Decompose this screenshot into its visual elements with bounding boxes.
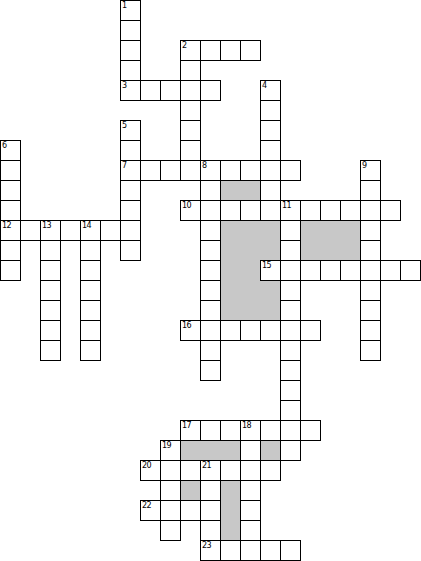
grid-cell[interactable] [180,460,201,481]
blocked-cell [240,220,261,241]
grid-cell[interactable] [360,200,381,221]
blocked-cell [220,440,241,461]
grid-cell[interactable] [220,420,241,441]
grid-cell[interactable] [280,400,301,421]
grid-cell[interactable] [360,240,381,261]
grid-cell[interactable] [120,40,141,61]
grid-cell[interactable]: 16 [180,320,201,341]
grid-cell[interactable] [260,460,281,481]
blocked-cell [220,500,241,521]
grid-cell[interactable] [180,60,201,81]
grid-cell[interactable] [0,180,21,201]
blocked-cell [320,220,341,241]
grid-cell[interactable] [360,320,381,341]
grid-cell[interactable] [240,520,261,541]
blocked-cell [220,220,241,241]
grid-cell[interactable] [280,320,301,341]
grid-cell[interactable] [160,500,181,521]
clue-number: 17 [182,421,191,430]
grid-cell[interactable] [240,460,261,481]
grid-cell[interactable] [160,160,181,181]
grid-cell[interactable] [260,540,281,561]
grid-cell[interactable] [220,540,241,561]
grid-cell[interactable] [80,340,101,361]
grid-cell[interactable] [300,320,321,341]
grid-cell[interactable] [240,540,261,561]
grid-cell[interactable] [280,540,301,561]
grid-cell[interactable] [260,100,281,121]
grid-cell[interactable] [280,340,301,361]
grid-cell[interactable] [220,320,241,341]
grid-cell[interactable] [20,220,41,241]
grid-cell[interactable]: 10 [180,200,201,221]
clue-number: 4 [262,81,267,90]
grid-cell[interactable] [240,480,261,501]
grid-cell[interactable] [120,200,141,221]
grid-cell[interactable] [260,200,281,221]
grid-cell[interactable] [120,240,141,261]
grid-cell[interactable] [340,260,361,281]
grid-cell[interactable] [180,160,201,181]
grid-cell[interactable] [220,200,241,221]
blocked-cell [180,440,201,461]
grid-cell[interactable] [0,200,21,221]
blocked-cell [240,300,261,321]
grid-cell[interactable]: 15 [260,260,281,281]
grid-cell[interactable] [320,260,341,281]
grid-cell[interactable] [200,420,221,441]
grid-cell[interactable] [280,280,301,301]
grid-cell[interactable] [280,220,301,241]
blocked-cell [300,220,321,241]
grid-cell[interactable] [360,220,381,241]
grid-cell[interactable] [240,40,261,61]
grid-cell[interactable] [80,280,101,301]
clue-number: 16 [182,321,191,330]
grid-cell[interactable] [300,260,321,281]
grid-cell[interactable] [80,300,101,321]
blocked-cell [260,300,281,321]
grid-cell[interactable]: 13 [40,220,61,241]
blocked-cell [340,240,361,261]
grid-cell[interactable]: 20 [140,460,161,481]
grid-cell[interactable] [260,120,281,141]
blocked-cell [260,280,281,301]
grid-cell[interactable] [120,20,141,41]
grid-cell[interactable] [220,40,241,61]
grid-cell[interactable] [200,220,221,241]
grid-cell[interactable] [240,200,261,221]
grid-cell[interactable] [60,220,81,241]
grid-cell[interactable]: 4 [260,80,281,101]
grid-cell[interactable] [40,260,61,281]
grid-cell[interactable]: 11 [280,200,301,221]
grid-cell[interactable] [140,80,161,101]
blocked-cell [220,280,241,301]
grid-cell[interactable] [160,460,181,481]
clue-number: 13 [42,221,51,230]
grid-cell[interactable] [380,200,401,221]
grid-cell[interactable]: 7 [120,160,141,181]
grid-cell[interactable] [0,260,21,281]
grid-cell[interactable] [40,240,61,261]
clue-number: 1 [122,1,127,10]
grid-cell[interactable]: 23 [200,540,221,561]
blocked-cell [220,520,241,541]
grid-cell[interactable] [200,480,221,501]
grid-cell[interactable] [300,420,321,441]
grid-cell[interactable]: 22 [140,500,161,521]
grid-cell[interactable] [280,420,301,441]
grid-cell[interactable] [320,200,341,221]
clue-number: 2 [182,41,187,50]
grid-cell[interactable] [260,180,281,201]
grid-cell[interactable] [260,320,281,341]
blocked-cell [220,480,241,501]
grid-cell[interactable]: 9 [360,160,381,181]
grid-cell[interactable] [200,40,221,61]
blocked-cell [300,240,321,261]
grid-cell[interactable] [200,340,221,361]
blocked-cell [240,180,261,201]
grid-cell[interactable]: 19 [160,440,181,461]
grid-cell[interactable]: 14 [80,220,101,241]
clue-number: 7 [122,161,127,170]
grid-cell[interactable] [200,200,221,221]
grid-cell[interactable] [340,200,361,221]
clue-number: 12 [2,221,11,230]
clue-number: 11 [282,201,291,210]
grid-cell[interactable] [240,320,261,341]
blocked-cell [340,220,361,241]
grid-cell[interactable] [360,260,381,281]
crossword-board: 1234567891011121314151617181920212223 [0,0,421,561]
grid-cell[interactable] [40,280,61,301]
grid-cell[interactable] [380,260,401,281]
clue-number: 15 [262,261,271,270]
clue-number: 18 [242,421,251,430]
blocked-cell [260,240,281,261]
clue-number: 19 [162,441,171,450]
grid-cell[interactable] [280,160,301,181]
grid-cell[interactable] [280,300,301,321]
clue-number: 8 [202,161,207,170]
grid-cell[interactable] [360,300,381,321]
grid-cell[interactable] [180,120,201,141]
grid-cell[interactable] [120,140,141,161]
grid-cell[interactable] [40,320,61,341]
grid-cell[interactable] [0,240,21,261]
grid-cell[interactable] [120,180,141,201]
grid-cell[interactable] [240,500,261,521]
grid-cell[interactable] [200,280,221,301]
blocked-cell [240,240,261,261]
grid-cell[interactable] [200,360,221,381]
grid-cell[interactable] [280,440,301,461]
blocked-cell [220,300,241,321]
grid-cell[interactable] [80,240,101,261]
grid-cell[interactable] [220,460,241,481]
grid-cell[interactable] [280,240,301,261]
blocked-cell [320,240,341,261]
grid-cell[interactable]: 5 [120,120,141,141]
grid-cell[interactable] [200,180,221,201]
grid-cell[interactable] [160,520,181,541]
blocked-cell [220,260,241,281]
grid-cell[interactable]: 2 [180,40,201,61]
grid-cell[interactable] [200,300,221,321]
clue-number: 3 [122,81,127,90]
blocked-cell [260,220,281,241]
grid-cell[interactable] [40,340,61,361]
grid-cell[interactable] [180,500,201,521]
grid-cell[interactable] [160,480,181,501]
grid-cell[interactable] [300,200,321,221]
clue-number: 21 [202,461,211,470]
grid-cell[interactable]: 12 [0,220,21,241]
grid-cell[interactable]: 17 [180,420,201,441]
grid-cell[interactable] [100,220,121,241]
blocked-cell [200,440,221,461]
grid-cell[interactable]: 18 [240,420,261,441]
clue-number: 14 [82,221,91,230]
grid-cell[interactable] [220,160,241,181]
grid-cell[interactable]: 8 [200,160,221,181]
grid-cell[interactable] [360,340,381,361]
grid-cell[interactable] [200,260,221,281]
blocked-cell [260,440,281,461]
grid-cell[interactable] [120,60,141,81]
grid-cell[interactable] [280,380,301,401]
clue-number: 23 [202,541,211,550]
grid-cell[interactable] [260,160,281,181]
blocked-cell [240,260,261,281]
grid-cell[interactable] [180,80,201,101]
grid-cell[interactable] [360,280,381,301]
grid-cell[interactable]: 1 [120,0,141,21]
grid-cell[interactable] [40,300,61,321]
clue-number: 20 [142,461,151,470]
grid-cell[interactable] [200,520,221,541]
grid-cell[interactable]: 6 [0,140,21,161]
grid-cell[interactable]: 3 [120,80,141,101]
clue-number: 22 [142,501,151,510]
blocked-cell [180,480,201,501]
grid-cell[interactable] [280,360,301,381]
grid-cell[interactable] [240,440,261,461]
clue-number: 10 [182,201,191,210]
grid-cell[interactable] [0,160,21,181]
grid-cell[interactable] [180,140,201,161]
clue-number: 5 [122,121,127,130]
blocked-cell [220,180,241,201]
grid-cell[interactable] [120,220,141,241]
grid-cell[interactable] [260,420,281,441]
grid-cell[interactable] [80,320,101,341]
grid-cell[interactable] [200,320,221,341]
grid-cell[interactable]: 21 [200,460,221,481]
grid-cell[interactable] [200,500,221,521]
grid-cell[interactable] [260,140,281,161]
grid-cell[interactable] [140,160,161,181]
grid-cell[interactable] [200,240,221,261]
grid-cell[interactable] [180,100,201,121]
grid-cell[interactable] [80,260,101,281]
grid-cell[interactable] [360,180,381,201]
clue-number: 6 [2,141,7,150]
grid-cell[interactable] [240,160,261,181]
blocked-cell [220,240,241,261]
clue-number: 9 [362,161,367,170]
grid-cell[interactable] [160,80,181,101]
blocked-cell [240,280,261,301]
grid-cell[interactable] [200,80,221,101]
grid-cell[interactable] [400,260,421,281]
grid-cell[interactable] [280,260,301,281]
